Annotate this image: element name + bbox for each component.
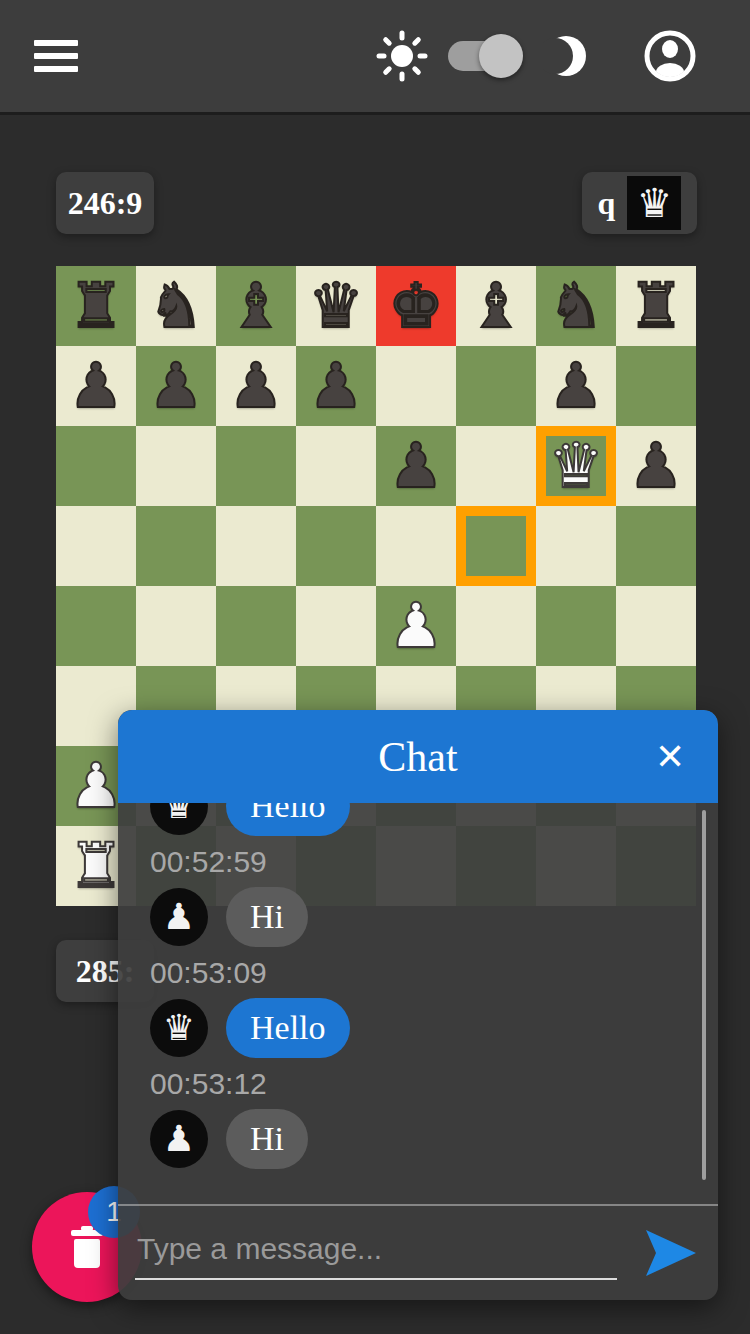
square-e6[interactable]: ♟ xyxy=(376,426,456,506)
square-a7[interactable]: ♟ xyxy=(56,346,136,426)
toggle-thumb[interactable] xyxy=(479,34,523,78)
square-g5[interactable] xyxy=(536,506,616,586)
square-f8[interactable]: ♝ xyxy=(456,266,536,346)
message-input[interactable] xyxy=(135,1220,617,1280)
piece-white-pawn[interactable]: ♟ xyxy=(388,586,444,666)
square-d6[interactable] xyxy=(296,426,376,506)
piece-black-pawn[interactable]: ♟ xyxy=(148,346,204,426)
chat-input-area xyxy=(118,1204,718,1300)
white-queen-icon: ♛ xyxy=(163,999,195,1057)
chat-bubble: Hello xyxy=(226,998,350,1058)
square-g4[interactable] xyxy=(536,586,616,666)
chat-message: ♛Hello xyxy=(150,998,718,1058)
black-pawn-icon: ♟ xyxy=(163,888,195,946)
square-b8[interactable]: ♞ xyxy=(136,266,216,346)
piece-black-pawn[interactable]: ♟ xyxy=(68,346,124,426)
square-e8[interactable]: ♚ xyxy=(376,266,456,346)
piece-black-pawn[interactable]: ♟ xyxy=(548,346,604,426)
square-f6[interactable] xyxy=(456,426,536,506)
square-d4[interactable] xyxy=(296,586,376,666)
message-timestamp: 00:53:09 xyxy=(150,957,718,989)
square-h6[interactable]: ♟ xyxy=(616,426,696,506)
square-b7[interactable]: ♟ xyxy=(136,346,216,426)
chess-app-screen: { "game": "chess", "position": { "fen_vi… xyxy=(0,0,750,1334)
square-f5[interactable] xyxy=(456,506,536,586)
square-c8[interactable]: ♝ xyxy=(216,266,296,346)
message-timestamp: 00:53:12 xyxy=(150,1068,718,1100)
square-c6[interactable] xyxy=(216,426,296,506)
square-d5[interactable] xyxy=(296,506,376,586)
piece-black-knight[interactable]: ♞ xyxy=(148,266,204,346)
square-g6[interactable]: ♛ xyxy=(536,426,616,506)
square-h7[interactable] xyxy=(616,346,696,426)
square-c7[interactable]: ♟ xyxy=(216,346,296,426)
black-pawn-avatar: ♟ xyxy=(150,888,208,946)
piece-black-pawn[interactable]: ♟ xyxy=(308,346,364,426)
square-b4[interactable] xyxy=(136,586,216,666)
square-a6[interactable] xyxy=(56,426,136,506)
square-a5[interactable] xyxy=(56,506,136,586)
square-d8[interactable]: ♛ xyxy=(296,266,376,346)
square-b6[interactable] xyxy=(136,426,216,506)
square-h5[interactable] xyxy=(616,506,696,586)
moon-icon xyxy=(543,33,589,79)
square-a4[interactable] xyxy=(56,586,136,666)
chat-panel: ♛Hello00:52:59♟Hi00:53:09♛Hello00:53:12♟… xyxy=(118,710,718,1300)
piece-black-bishop[interactable]: ♝ xyxy=(228,266,284,346)
piece-black-knight[interactable]: ♞ xyxy=(548,266,604,346)
hamburger-menu-icon[interactable] xyxy=(34,40,78,72)
white-queen-avatar: ♛ xyxy=(150,999,208,1057)
chat-message: ♟Hi xyxy=(150,1109,718,1169)
chat-title: Chat xyxy=(378,733,457,781)
sun-icon xyxy=(376,30,428,82)
close-icon[interactable]: ✕ xyxy=(648,734,692,778)
square-c5[interactable] xyxy=(216,506,296,586)
promotion-badge[interactable]: q ♛ xyxy=(582,172,697,234)
square-f4[interactable] xyxy=(456,586,536,666)
piece-black-queen[interactable]: ♛ xyxy=(308,266,364,346)
piece-black-pawn[interactable]: ♟ xyxy=(628,426,684,506)
piece-white-pawn[interactable]: ♟ xyxy=(68,746,124,826)
square-h8[interactable]: ♜ xyxy=(616,266,696,346)
chat-scrollbar[interactable] xyxy=(702,810,706,1180)
chat-header: Chat ✕ xyxy=(118,710,718,803)
theme-toggle[interactable] xyxy=(448,34,524,78)
square-g8[interactable]: ♞ xyxy=(536,266,616,346)
piece-black-pawn[interactable]: ♟ xyxy=(388,426,444,506)
square-d7[interactable]: ♟ xyxy=(296,346,376,426)
piece-white-rook[interactable]: ♜ xyxy=(68,826,124,906)
piece-black-rook[interactable]: ♜ xyxy=(68,266,124,346)
send-icon[interactable] xyxy=(646,1230,698,1276)
chat-message: ♟Hi xyxy=(150,887,718,947)
promotion-letter: q xyxy=(598,185,616,222)
piece-black-rook[interactable]: ♜ xyxy=(628,266,684,346)
profile-icon[interactable] xyxy=(644,30,696,82)
black-pawn-avatar: ♟ xyxy=(150,1110,208,1168)
square-b5[interactable] xyxy=(136,506,216,586)
piece-white-queen[interactable]: ♛ xyxy=(548,426,604,506)
square-f7[interactable] xyxy=(456,346,536,426)
chat-bubble: Hi xyxy=(226,887,308,947)
square-g7[interactable]: ♟ xyxy=(536,346,616,426)
piece-black-bishop[interactable]: ♝ xyxy=(468,266,524,346)
square-h4[interactable] xyxy=(616,586,696,666)
piece-black-pawn[interactable]: ♟ xyxy=(228,346,284,426)
message-timestamp: 00:52:59 xyxy=(150,846,718,878)
square-a8[interactable]: ♜ xyxy=(56,266,136,346)
black-pawn-icon: ♟ xyxy=(163,1110,195,1168)
top-player-timer: 246:9 xyxy=(56,172,154,234)
square-e4[interactable]: ♟ xyxy=(376,586,456,666)
chat-bubble: Hi xyxy=(226,1109,308,1169)
app-bar xyxy=(0,0,750,115)
square-e5[interactable] xyxy=(376,506,456,586)
white-queen-tile: ♛ xyxy=(627,176,681,230)
square-c4[interactable] xyxy=(216,586,296,666)
piece-black-king[interactable]: ♚ xyxy=(388,266,444,346)
square-e7[interactable] xyxy=(376,346,456,426)
white-queen-icon: ♛ xyxy=(636,180,672,226)
